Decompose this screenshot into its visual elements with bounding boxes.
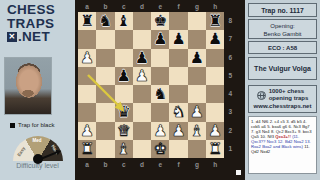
square-b4 (96, 85, 114, 103)
square-f2: ♟ (169, 122, 187, 140)
black-pawn: ♟ (190, 49, 204, 67)
square-c1: ♝ (115, 140, 133, 158)
square-g1 (188, 140, 206, 158)
square-c2: ♛ (115, 122, 133, 140)
black-bishop: ♝ (117, 12, 131, 30)
square-g7 (188, 30, 206, 48)
square-f5 (169, 67, 187, 85)
chessboard: ♜♞♝♚♜♟♟♟♟♟♟♟♟♞♛♞♟♟♛♟♟♝♟♜♝♚♜ (78, 12, 224, 158)
white-king: ♚ (153, 140, 167, 158)
white-pawn: ♟ (135, 67, 149, 85)
square-h3 (206, 103, 224, 121)
square-e8: ♚ (151, 12, 169, 30)
square-f6 (169, 49, 187, 67)
square-g3: ♟ (188, 103, 206, 121)
square-e1: ♚ (151, 140, 169, 158)
square-d5: ♟ (133, 67, 151, 85)
black-pawn: ♟ (172, 30, 186, 48)
square-h4 (206, 85, 224, 103)
square-a7 (78, 30, 96, 48)
square-b5 (96, 67, 114, 85)
square-e6 (151, 49, 169, 67)
logo-word-net: ✕ .NET (7, 30, 75, 44)
black-pawn: ♟ (153, 30, 167, 48)
logo-net-text: .NET (18, 30, 50, 44)
difficulty-gauge: Easy Med Hard Difficulty level (0, 136, 75, 169)
globe-icon (257, 91, 266, 100)
square-e7: ♟ (151, 30, 169, 48)
square-c6 (115, 49, 133, 67)
rank-labels: 87654321 (224, 12, 244, 158)
square-b7 (96, 30, 114, 48)
square-f4 (169, 85, 187, 103)
square-g8 (188, 12, 206, 30)
white-queen: ♛ (117, 122, 131, 140)
trap-number-box: Trap no. 1117 (248, 3, 317, 17)
file-labels-bottom: abcdefgh (78, 159, 224, 171)
white-bishop: ♝ (190, 122, 204, 140)
promo-line2: opening traps (269, 95, 309, 102)
trap-side-label: Trap for black (18, 122, 54, 128)
white-pawn: ♟ (80, 49, 94, 67)
black-rook: ♜ (80, 12, 94, 30)
square-e2: ♟ (151, 122, 169, 140)
chesstraps-logo: CHESS TRAPS ✕ .NET (0, 0, 75, 44)
square-a1: ♜ (78, 140, 96, 158)
square-b3 (96, 103, 114, 121)
white-pawn: ♟ (153, 122, 167, 140)
square-b1 (96, 140, 114, 158)
opening-name: Benko Gambit (249, 30, 316, 38)
gauge-label-easy: Easy (16, 146, 26, 158)
black-knight: ♞ (98, 12, 112, 30)
white-knight: ♞ (172, 103, 186, 121)
square-h6 (206, 49, 224, 67)
square-c4 (115, 85, 133, 103)
white-rook: ♜ (80, 140, 94, 158)
square-e3 (151, 103, 169, 121)
square-c7 (115, 30, 133, 48)
trap-title-box: The Vulgur Volga (248, 57, 317, 80)
square-h2: ♟ (206, 122, 224, 140)
square-b8: ♞ (96, 12, 114, 30)
square-g4 (188, 85, 206, 103)
white-bishop: ♝ (117, 140, 131, 158)
presenter-photo (4, 57, 52, 115)
square-d8 (133, 12, 151, 30)
square-h8: ♜ (206, 12, 224, 30)
file-labels-top: abcdefgh (78, 1, 224, 12)
opening-box: Opening: Benko Gambit (248, 19, 317, 39)
black-pawn: ♟ (208, 30, 222, 48)
white-pawn: ♟ (80, 122, 94, 140)
square-f7: ♟ (169, 30, 187, 48)
move-list: 1. d4 Nf6 2. c4 c5 3. d5 b5 4. cxb5 a6 5… (248, 116, 317, 174)
square-c3: ♛ (115, 103, 133, 121)
square-h7: ♟ (206, 30, 224, 48)
black-pawn: ♟ (135, 49, 149, 67)
logo-word-chess: CHESS (7, 3, 75, 17)
square-d2 (133, 122, 151, 140)
website-link[interactable]: www.chesstraps.net (249, 102, 316, 110)
gauge-hub-icon (33, 154, 43, 164)
square-c8: ♝ (115, 12, 133, 30)
square-b6 (96, 49, 114, 67)
opening-label: Opening: (249, 22, 316, 30)
black-side-swatch-icon (10, 123, 15, 128)
square-d4 (133, 85, 151, 103)
black-pawn: ♟ (117, 67, 131, 85)
square-e5 (151, 67, 169, 85)
gauge-dial: Easy Med Hard (13, 136, 63, 161)
square-a2: ♟ (78, 122, 96, 140)
info-panel: Trap no. 1117 Opening: Benko Gambit ECO … (245, 0, 320, 180)
crossed-square-icon: ✕ (7, 32, 17, 42)
white-pawn: ♟ (172, 122, 186, 140)
square-f8 (169, 12, 187, 30)
square-a8: ♜ (78, 12, 96, 30)
white-pawn: ♟ (208, 122, 222, 140)
trap-side-indicator: Trap for black (10, 122, 54, 128)
square-a6: ♟ (78, 49, 96, 67)
square-h5 (206, 67, 224, 85)
gauge-label-med: Med (33, 138, 42, 143)
black-queen: ♛ (117, 103, 131, 121)
logo-word-traps: TRAPS (7, 17, 75, 31)
square-e4: ♞ (151, 85, 169, 103)
branding-panel: CHESS TRAPS ✕ .NET Trap for black Easy M… (0, 0, 75, 180)
board-corner-marker (236, 170, 241, 175)
white-pawn: ♟ (190, 103, 204, 121)
square-d3 (133, 103, 151, 121)
chessboard-panel: abcdefgh ♜♞♝♚♜♟♟♟♟♟♟♟♟♞♛♞♟♟♛♟♟♝♟♜♝♚♜ abc… (75, 0, 245, 180)
square-b2 (96, 122, 114, 140)
black-king: ♚ (153, 12, 167, 30)
black-rook: ♜ (208, 12, 222, 30)
square-d1 (133, 140, 151, 158)
square-d6: ♟ (133, 49, 151, 67)
eco-box: ECO : A58 (248, 41, 317, 54)
square-g5 (188, 67, 206, 85)
square-g6: ♟ (188, 49, 206, 67)
square-f1 (169, 140, 187, 158)
square-d7 (133, 30, 151, 48)
promo-line1: 1000+ chess (269, 88, 309, 95)
white-rook: ♜ (208, 140, 222, 158)
square-f3: ♞ (169, 103, 187, 121)
square-a4 (78, 85, 96, 103)
square-c5: ♟ (115, 67, 133, 85)
square-g2: ♝ (188, 122, 206, 140)
promo-box: 1000+ chess opening traps www.chesstraps… (248, 85, 317, 113)
square-a5 (78, 67, 96, 85)
square-a3 (78, 103, 96, 121)
square-h1: ♜ (206, 140, 224, 158)
black-knight: ♞ (153, 85, 167, 103)
video-frame: CHESS TRAPS ✕ .NET Trap for black Easy M… (0, 0, 320, 180)
